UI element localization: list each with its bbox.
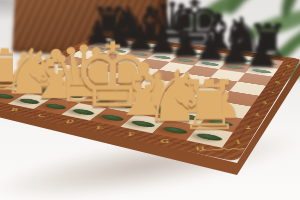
square-h1: ♜ bbox=[186, 126, 233, 148]
file-label-g: G bbox=[160, 138, 170, 144]
photo-chess-scene: ♜♞♝♛♚♝♞♜♟♟♟♟♟♟♟♟♟♟♟♟♟♟♟♟♜♞♝♛♚♝♞♜ABCDEFGH… bbox=[0, 0, 300, 200]
rank-label-1: 1 bbox=[234, 139, 242, 145]
file-label-h: H bbox=[195, 145, 206, 151]
piece-white-rook-h1: ♜ bbox=[131, 71, 288, 139]
